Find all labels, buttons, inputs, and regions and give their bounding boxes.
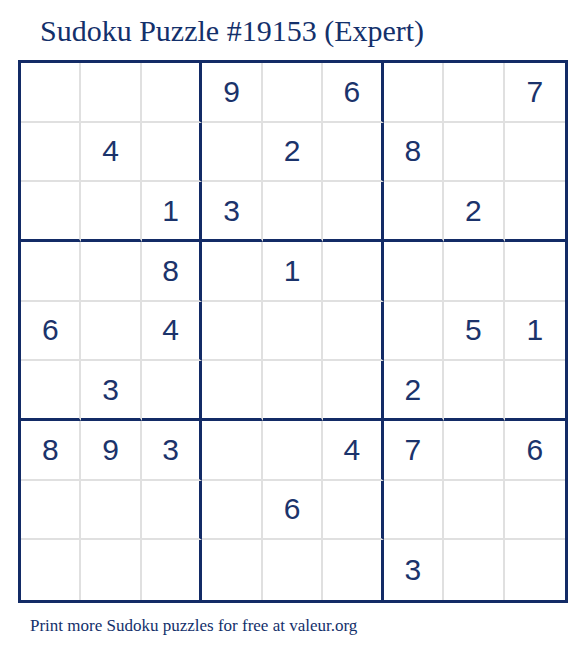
- cell-r8c4[interactable]: [202, 481, 262, 541]
- cell-r2c8[interactable]: [444, 123, 504, 183]
- cell-r8c8[interactable]: [444, 481, 504, 541]
- cell-r8c7[interactable]: [384, 481, 444, 541]
- cell-r4c9[interactable]: [505, 242, 565, 302]
- cell-r5c1[interactable]: 6: [21, 302, 81, 362]
- cell-r9c4[interactable]: [202, 540, 262, 600]
- cell-r1c1[interactable]: [21, 63, 81, 123]
- cell-r6c9[interactable]: [505, 361, 565, 421]
- cell-r3c6[interactable]: [323, 182, 383, 242]
- cell-r1c9[interactable]: 7: [505, 63, 565, 123]
- cell-r9c6[interactable]: [323, 540, 383, 600]
- cell-r6c2[interactable]: 3: [81, 361, 141, 421]
- cell-r4c1[interactable]: [21, 242, 81, 302]
- cell-r6c4[interactable]: [202, 361, 262, 421]
- cell-r3c1[interactable]: [21, 182, 81, 242]
- cell-r1c7[interactable]: [384, 63, 444, 123]
- cell-r8c9[interactable]: [505, 481, 565, 541]
- cell-r3c2[interactable]: [81, 182, 141, 242]
- cell-r7c3[interactable]: 3: [142, 421, 202, 481]
- cell-r3c9[interactable]: [505, 182, 565, 242]
- cell-r4c7[interactable]: [384, 242, 444, 302]
- cell-r5c3[interactable]: 4: [142, 302, 202, 362]
- cell-r8c1[interactable]: [21, 481, 81, 541]
- cell-r5c5[interactable]: [263, 302, 323, 362]
- sudoku-board: 9674281328164513289347663: [18, 60, 568, 603]
- cell-r9c8[interactable]: [444, 540, 504, 600]
- cell-r4c3[interactable]: 8: [142, 242, 202, 302]
- cell-r6c6[interactable]: [323, 361, 383, 421]
- cell-r8c2[interactable]: [81, 481, 141, 541]
- cell-r9c9[interactable]: [505, 540, 565, 600]
- cell-r3c5[interactable]: [263, 182, 323, 242]
- cell-r2c7[interactable]: 8: [384, 123, 444, 183]
- cell-r7c9[interactable]: 6: [505, 421, 565, 481]
- cell-r6c1[interactable]: [21, 361, 81, 421]
- cell-r1c2[interactable]: [81, 63, 141, 123]
- cell-r8c3[interactable]: [142, 481, 202, 541]
- cell-r2c9[interactable]: [505, 123, 565, 183]
- cell-r2c1[interactable]: [21, 123, 81, 183]
- cell-r2c3[interactable]: [142, 123, 202, 183]
- cell-r6c3[interactable]: [142, 361, 202, 421]
- cell-r3c8[interactable]: 2: [444, 182, 504, 242]
- cell-r1c8[interactable]: [444, 63, 504, 123]
- cell-r4c2[interactable]: [81, 242, 141, 302]
- cell-r7c7[interactable]: 7: [384, 421, 444, 481]
- cell-r3c4[interactable]: 3: [202, 182, 262, 242]
- cell-r6c7[interactable]: 2: [384, 361, 444, 421]
- cell-r5c7[interactable]: [384, 302, 444, 362]
- footer-text: Print more Sudoku puzzles for free at va…: [30, 616, 357, 636]
- sudoku-page: Sudoku Puzzle #19153 (Expert) 9674281328…: [0, 0, 580, 651]
- cell-r2c4[interactable]: [202, 123, 262, 183]
- cell-r3c7[interactable]: [384, 182, 444, 242]
- cell-r9c3[interactable]: [142, 540, 202, 600]
- cell-r6c5[interactable]: [263, 361, 323, 421]
- cell-r4c8[interactable]: [444, 242, 504, 302]
- cell-r4c4[interactable]: [202, 242, 262, 302]
- cell-r5c2[interactable]: [81, 302, 141, 362]
- cell-r1c4[interactable]: 9: [202, 63, 262, 123]
- cell-r1c3[interactable]: [142, 63, 202, 123]
- cell-r3c3[interactable]: 1: [142, 182, 202, 242]
- cell-r4c5[interactable]: 1: [263, 242, 323, 302]
- cell-r9c1[interactable]: [21, 540, 81, 600]
- cell-r1c5[interactable]: [263, 63, 323, 123]
- cell-r7c8[interactable]: [444, 421, 504, 481]
- cell-r8c6[interactable]: [323, 481, 383, 541]
- page-title: Sudoku Puzzle #19153 (Expert): [40, 14, 424, 48]
- cell-r5c8[interactable]: 5: [444, 302, 504, 362]
- cell-r7c6[interactable]: 4: [323, 421, 383, 481]
- cell-r1c6[interactable]: 6: [323, 63, 383, 123]
- cell-r6c8[interactable]: [444, 361, 504, 421]
- cell-r7c1[interactable]: 8: [21, 421, 81, 481]
- cell-r7c4[interactable]: [202, 421, 262, 481]
- cell-r5c9[interactable]: 1: [505, 302, 565, 362]
- cell-r2c6[interactable]: [323, 123, 383, 183]
- cell-r4c6[interactable]: [323, 242, 383, 302]
- cell-r9c7[interactable]: 3: [384, 540, 444, 600]
- cell-r9c2[interactable]: [81, 540, 141, 600]
- cell-r7c5[interactable]: [263, 421, 323, 481]
- cell-r8c5[interactable]: 6: [263, 481, 323, 541]
- cell-r9c5[interactable]: [263, 540, 323, 600]
- cell-r5c6[interactable]: [323, 302, 383, 362]
- cell-r5c4[interactable]: [202, 302, 262, 362]
- cell-r7c2[interactable]: 9: [81, 421, 141, 481]
- cell-r2c5[interactable]: 2: [263, 123, 323, 183]
- cell-r2c2[interactable]: 4: [81, 123, 141, 183]
